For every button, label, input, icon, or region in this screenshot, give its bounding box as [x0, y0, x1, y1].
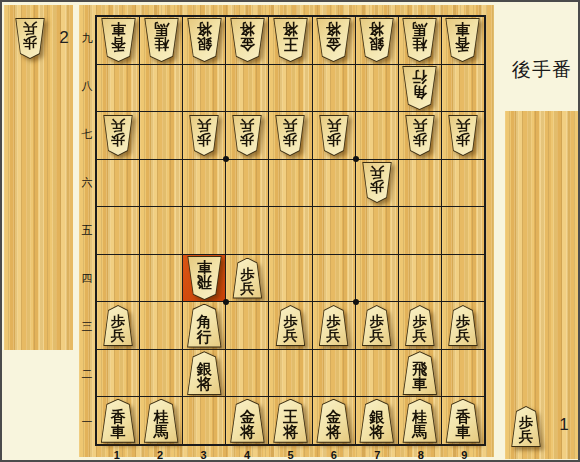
koma-shape: 歩兵 [362, 305, 392, 346]
gote-captured-pawn[interactable]: 歩兵 [511, 406, 541, 447]
koma-shape: 王将 [273, 399, 308, 443]
file-label-6: 6 [312, 448, 355, 461]
koma-shape: 金将 [316, 18, 351, 62]
square-6八[interactable] [313, 65, 355, 112]
shogi-app-window: 歩兵 2 九八七六五四三二一 香車桂馬銀将金将王将金将銀将桂馬香車角行歩兵歩兵歩… [0, 0, 580, 462]
koma-shape: 歩兵 [362, 162, 392, 203]
koma-shape: 歩兵 [275, 115, 305, 156]
square-5三[interactable]: 歩兵 [269, 302, 311, 349]
square-5四[interactable] [269, 255, 311, 302]
koma-shape: 歩兵 [232, 258, 262, 299]
koma-shape: 歩兵 [103, 115, 133, 156]
square-6七[interactable]: 歩兵 [313, 112, 355, 159]
square-5九[interactable]: 王将 [269, 17, 311, 64]
star-point [353, 299, 359, 305]
square-2九[interactable]: 桂馬 [140, 17, 182, 64]
square-6九[interactable]: 金将 [313, 17, 355, 64]
piece-銀将-sente[interactable]: 銀将 [359, 18, 394, 62]
square-1八[interactable] [97, 65, 139, 112]
piece-桂馬-gote[interactable]: 桂馬 [402, 399, 437, 443]
piece-歩兵-gote[interactable]: 歩兵 [232, 258, 262, 299]
square-8二[interactable]: 飛車 [399, 350, 441, 397]
rank-label-七: 七 [79, 111, 95, 159]
square-4八[interactable] [226, 65, 268, 112]
square-2七[interactable] [140, 112, 182, 159]
rank-label-一: 一 [79, 398, 95, 446]
square-4四[interactable]: 歩兵 [226, 255, 268, 302]
square-8七[interactable]: 歩兵 [399, 112, 441, 159]
square-4六[interactable] [226, 160, 268, 207]
rank-label-五: 五 [79, 207, 95, 255]
koma-shape: 歩兵 [319, 115, 349, 156]
file-label-5: 5 [269, 448, 312, 461]
square-7一[interactable]: 銀将 [356, 397, 398, 444]
koma-shape: 歩兵 [189, 115, 219, 156]
square-3二[interactable]: 銀将 [183, 350, 225, 397]
square-8九[interactable]: 桂馬 [399, 17, 441, 64]
piece-香車-sente[interactable]: 香車 [101, 18, 136, 62]
square-7九[interactable]: 銀将 [356, 17, 398, 64]
koma-shape: 金将 [230, 399, 265, 443]
piece-桂馬-sente[interactable]: 桂馬 [402, 18, 437, 62]
square-5二[interactable] [269, 350, 311, 397]
piece-角行-sente[interactable]: 角行 [402, 66, 437, 110]
koma-shape: 歩兵 [405, 115, 435, 156]
square-5五[interactable] [269, 207, 311, 254]
piece-金将-sente[interactable]: 金将 [316, 18, 351, 62]
file-label-1: 1 [95, 448, 138, 461]
square-9三[interactable]: 歩兵 [442, 302, 484, 349]
square-3七[interactable]: 歩兵 [183, 112, 225, 159]
star-point [353, 156, 359, 162]
koma-shape: 香車 [445, 399, 480, 443]
square-5八[interactable] [269, 65, 311, 112]
piece-桂馬-sente[interactable]: 桂馬 [144, 18, 179, 62]
square-8六[interactable] [399, 160, 441, 207]
square-6五[interactable] [313, 207, 355, 254]
square-2一[interactable]: 桂馬 [140, 397, 182, 444]
piece-銀将-sente[interactable]: 銀将 [187, 18, 222, 62]
square-5六[interactable] [269, 160, 311, 207]
square-4二[interactable] [226, 350, 268, 397]
file-label-2: 2 [138, 448, 181, 461]
koma-shape: 香車 [101, 18, 136, 62]
square-7八[interactable] [356, 65, 398, 112]
turn-indicator: 後手番 [506, 57, 578, 83]
piece-歩兵-sente[interactable]: 歩兵 [362, 162, 392, 203]
square-7二[interactable] [356, 350, 398, 397]
piece-歩兵-sente[interactable]: 歩兵 [319, 115, 349, 156]
square-1五[interactable] [97, 207, 139, 254]
koma-shape: 歩兵 [448, 305, 478, 346]
koma-shape: 金将 [230, 18, 265, 62]
koma-shape: 銀将 [187, 351, 222, 395]
koma-shape: 歩兵 [275, 305, 305, 346]
square-9九[interactable]: 香車 [442, 17, 484, 64]
piece-歩兵-sente[interactable]: 歩兵 [275, 115, 305, 156]
piece-歩兵-gote[interactable]: 歩兵 [103, 305, 133, 346]
piece-金将-gote[interactable]: 金将 [230, 399, 265, 443]
koma-shape: 歩兵 [232, 115, 262, 156]
file-label-9: 9 [443, 448, 486, 461]
piece-歩兵-sente[interactable]: 歩兵 [189, 115, 219, 156]
piece-香車-gote[interactable]: 香車 [101, 399, 136, 443]
piece-歩兵-gote-hand: 歩兵 [511, 406, 541, 447]
square-3四[interactable]: 飛車 [183, 255, 225, 302]
square-9五[interactable] [442, 207, 484, 254]
piece-桂馬-gote[interactable]: 桂馬 [144, 399, 179, 443]
square-7三[interactable]: 歩兵 [356, 302, 398, 349]
koma-shape: 飛車 [187, 256, 222, 300]
square-2二[interactable] [140, 350, 182, 397]
square-8一[interactable]: 桂馬 [399, 397, 441, 444]
square-9一[interactable]: 香車 [442, 397, 484, 444]
piece-王将-sente[interactable]: 王将 [273, 18, 308, 62]
board-frame: 九八七六五四三二一 香車桂馬銀将金将王将金将銀将桂馬香車角行歩兵歩兵歩兵歩兵歩兵… [79, 5, 494, 457]
square-1一[interactable]: 香車 [97, 397, 139, 444]
gote-captured-tray: 歩兵 1 [505, 111, 578, 459]
square-3六[interactable] [183, 160, 225, 207]
square-9八[interactable] [442, 65, 484, 112]
file-label-7: 7 [356, 448, 399, 461]
file-label-8: 8 [399, 448, 442, 461]
piece-金将-sente[interactable]: 金将 [230, 18, 265, 62]
square-5七[interactable]: 歩兵 [269, 112, 311, 159]
piece-飛車-sente[interactable]: 飛車 [187, 256, 222, 300]
rank-label-八: 八 [79, 63, 95, 111]
square-2五[interactable] [140, 207, 182, 254]
piece-歩兵-sente[interactable]: 歩兵 [103, 115, 133, 156]
koma-shape: 飛車 [402, 351, 437, 395]
square-1四[interactable] [97, 255, 139, 302]
piece-歩兵-sente-hand: 歩兵 [15, 18, 45, 59]
square-1九[interactable]: 香車 [97, 17, 139, 64]
rank-label-六: 六 [79, 159, 95, 207]
square-1二[interactable] [97, 350, 139, 397]
rank-label-二: 二 [79, 350, 95, 398]
square-7七[interactable] [356, 112, 398, 159]
piece-金将-gote[interactable]: 金将 [316, 399, 351, 443]
piece-歩兵-sente[interactable]: 歩兵 [232, 115, 262, 156]
square-2三[interactable] [140, 302, 182, 349]
rank-label-九: 九 [79, 15, 95, 63]
square-1六[interactable] [97, 160, 139, 207]
square-4一[interactable]: 金将 [226, 397, 268, 444]
star-point [223, 299, 229, 305]
koma-shape: 銀将 [187, 18, 222, 62]
piece-歩兵-sente[interactable]: 歩兵 [448, 115, 478, 156]
square-8四[interactable] [399, 255, 441, 302]
square-7五[interactable] [356, 207, 398, 254]
sente-captured-count: 2 [54, 28, 74, 48]
koma-shape: 歩兵 [319, 305, 349, 346]
square-6六[interactable] [313, 160, 355, 207]
square-7六[interactable]: 歩兵 [356, 160, 398, 207]
square-4五[interactable] [226, 207, 268, 254]
piece-香車-gote[interactable]: 香車 [445, 399, 480, 443]
koma-shape: 歩兵 [448, 115, 478, 156]
square-3八[interactable] [183, 65, 225, 112]
koma-shape: 銀将 [359, 18, 394, 62]
square-4九[interactable]: 金将 [226, 17, 268, 64]
square-5一[interactable]: 王将 [269, 397, 311, 444]
square-6二[interactable] [313, 350, 355, 397]
square-2四[interactable] [140, 255, 182, 302]
koma-shape: 歩兵 [103, 305, 133, 346]
piece-歩兵-gote[interactable]: 歩兵 [275, 305, 305, 346]
square-4三[interactable] [226, 302, 268, 349]
piece-歩兵-gote[interactable]: 歩兵 [448, 305, 478, 346]
piece-王将-gote[interactable]: 王将 [273, 399, 308, 443]
square-9二[interactable] [442, 350, 484, 397]
square-1三[interactable]: 歩兵 [97, 302, 139, 349]
board-grid: 香車桂馬銀将金将王将金将銀将桂馬香車角行歩兵歩兵歩兵歩兵歩兵歩兵歩兵歩兵飛車歩兵… [95, 15, 486, 446]
star-point [223, 156, 229, 162]
square-9七[interactable]: 歩兵 [442, 112, 484, 159]
square-8八[interactable]: 角行 [399, 65, 441, 112]
square-3三[interactable]: 角行 [183, 302, 225, 349]
koma-shape: 香車 [101, 399, 136, 443]
piece-歩兵-gote[interactable]: 歩兵 [405, 305, 435, 346]
square-3五[interactable] [183, 207, 225, 254]
square-9六[interactable] [442, 160, 484, 207]
file-label-4: 4 [225, 448, 268, 461]
square-6三[interactable]: 歩兵 [313, 302, 355, 349]
rank-labels: 九八七六五四三二一 [79, 15, 95, 446]
koma-shape: 桂馬 [402, 399, 437, 443]
file-label-3: 3 [182, 448, 225, 461]
gote-captured-count: 1 [554, 415, 574, 435]
square-8三[interactable]: 歩兵 [399, 302, 441, 349]
piece-銀将-gote[interactable]: 銀将 [359, 399, 394, 443]
square-8五[interactable] [399, 207, 441, 254]
sente-captured-tray: 歩兵 2 [4, 5, 73, 350]
koma-shape: 桂馬 [144, 399, 179, 443]
square-6四[interactable] [313, 255, 355, 302]
piece-角行-gote[interactable]: 角行 [187, 304, 222, 348]
koma-shape: 角行 [402, 66, 437, 110]
square-3九[interactable]: 銀将 [183, 17, 225, 64]
koma-shape: 金将 [316, 399, 351, 443]
koma-shape: 桂馬 [402, 18, 437, 62]
koma-shape: 角行 [187, 304, 222, 348]
piece-香車-sente[interactable]: 香車 [445, 18, 480, 62]
piece-歩兵-gote[interactable]: 歩兵 [362, 305, 392, 346]
koma-shape: 銀将 [359, 399, 394, 443]
sente-captured-pawn[interactable]: 歩兵 [15, 18, 45, 59]
square-2六[interactable] [140, 160, 182, 207]
koma-shape: 歩兵 [405, 305, 435, 346]
square-4七[interactable]: 歩兵 [226, 112, 268, 159]
koma-shape: 桂馬 [144, 18, 179, 62]
square-7四[interactable] [356, 255, 398, 302]
koma-shape: 王将 [273, 18, 308, 62]
square-3一[interactable] [183, 397, 225, 444]
square-9四[interactable] [442, 255, 484, 302]
piece-歩兵-sente[interactable]: 歩兵 [405, 115, 435, 156]
square-2八[interactable] [140, 65, 182, 112]
piece-飛車-gote[interactable]: 飛車 [402, 351, 437, 395]
rank-label-四: 四 [79, 254, 95, 302]
file-labels: 123456789 [95, 448, 486, 461]
square-1七[interactable]: 歩兵 [97, 112, 139, 159]
piece-歩兵-gote[interactable]: 歩兵 [319, 305, 349, 346]
rank-label-三: 三 [79, 302, 95, 350]
koma-shape: 香車 [445, 18, 480, 62]
piece-銀将-gote[interactable]: 銀将 [187, 351, 222, 395]
square-6一[interactable]: 金将 [313, 397, 355, 444]
